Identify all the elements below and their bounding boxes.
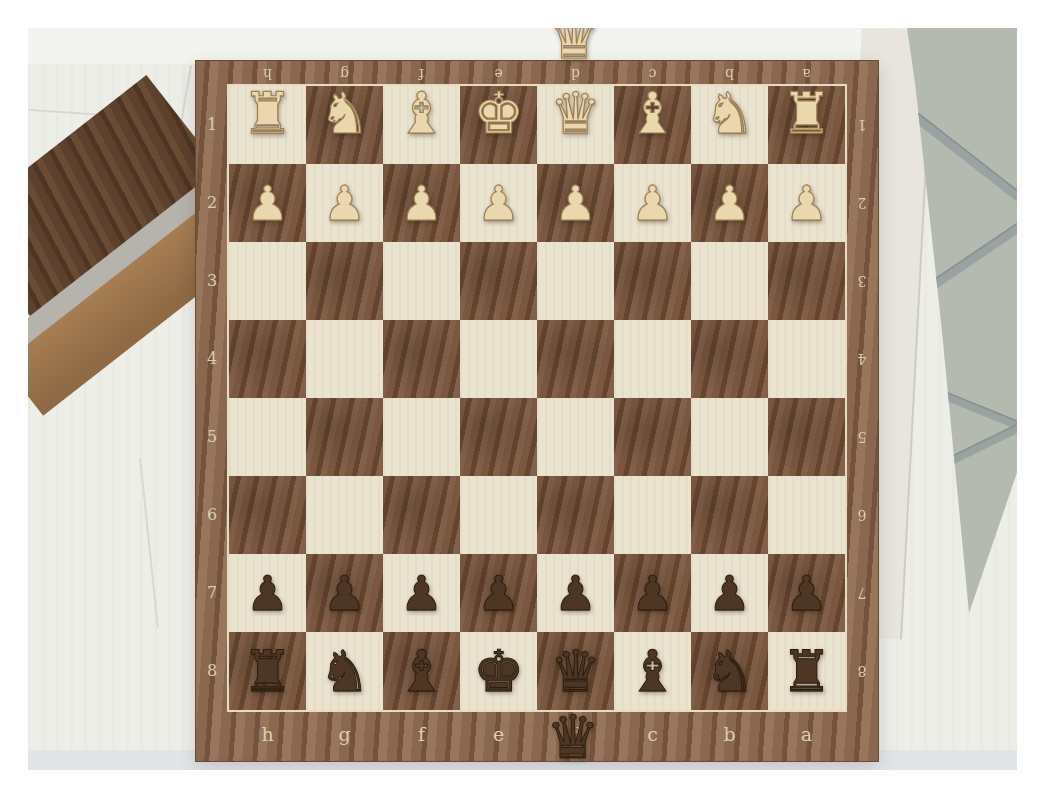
square-a8[interactable]: ♜ [768,632,845,710]
playing-area-border: ♜♞♝♚♛♝♞♜♟♟♟♟♟♟♟♟♟♟♟♟♟♟♟♟♜♞♝♚♛♝♞♜ [227,84,847,712]
square-f1[interactable]: ♝ [383,86,460,164]
square-g1[interactable]: ♞ [306,86,383,164]
square-b5[interactable] [691,398,768,476]
rank-label: 5 [195,398,229,476]
file-label: a [768,712,845,762]
white-rook-piece[interactable]: ♜ [229,74,306,152]
white-knight-piece[interactable]: ♞ [691,74,768,152]
square-a2[interactable]: ♟ [768,164,845,242]
square-e5[interactable] [460,398,537,476]
black-pawn-piece[interactable]: ♟ [306,554,383,632]
black-rook-piece[interactable]: ♜ [768,632,845,710]
square-c8[interactable]: ♝ [614,632,691,710]
black-pawn-piece[interactable]: ♟ [383,554,460,632]
offboard-white-queen[interactable]: ♛ [548,28,600,72]
white-pawn-piece[interactable]: ♟ [306,164,383,242]
file-label: b [691,712,768,762]
square-e7[interactable]: ♟ [460,554,537,632]
square-g6[interactable] [306,476,383,554]
black-pawn-piece[interactable]: ♟ [537,554,614,632]
square-h1[interactable]: ♜ [229,86,306,164]
white-pawn-piece[interactable]: ♟ [383,164,460,242]
square-e6[interactable] [460,476,537,554]
square-g4[interactable] [306,320,383,398]
square-b2[interactable]: ♟ [691,164,768,242]
black-pawn-piece[interactable]: ♟ [768,554,845,632]
rank-labels-right: 12345678 [845,86,879,710]
white-pawn-piece[interactable]: ♟ [460,164,537,242]
rank-label: 4 [845,320,879,398]
square-a6[interactable] [768,476,845,554]
board-grid[interactable]: ♜♞♝♚♛♝♞♜♟♟♟♟♟♟♟♟♟♟♟♟♟♟♟♟♜♞♝♚♛♝♞♜ [229,86,845,710]
square-f8[interactable]: ♝ [383,632,460,710]
black-bishop-piece[interactable]: ♝ [383,632,460,710]
square-d1[interactable]: ♛ [537,86,614,164]
white-pawn-piece[interactable]: ♟ [614,164,691,242]
rank-label: 6 [845,476,879,554]
rank-label: 8 [845,632,879,710]
file-labels-bottom: hgfedcba [229,712,845,762]
square-h7[interactable]: ♟ [229,554,306,632]
rank-label: 7 [195,554,229,632]
square-c6[interactable] [614,476,691,554]
square-d7[interactable]: ♟ [537,554,614,632]
square-b4[interactable] [691,320,768,398]
square-e1[interactable]: ♚ [460,86,537,164]
rank-label: 6 [195,476,229,554]
square-c7[interactable]: ♟ [614,554,691,632]
white-rook-piece[interactable]: ♜ [768,74,845,152]
square-f7[interactable]: ♟ [383,554,460,632]
square-a3[interactable] [768,242,845,320]
black-pawn-piece[interactable]: ♟ [614,554,691,632]
square-e3[interactable] [460,242,537,320]
square-f6[interactable] [383,476,460,554]
square-h6[interactable] [229,476,306,554]
rank-label: 4 [195,320,229,398]
white-king-piece[interactable]: ♚ [460,74,537,152]
black-pawn-piece[interactable]: ♟ [229,554,306,632]
square-b7[interactable]: ♟ [691,554,768,632]
white-bishop-piece[interactable]: ♝ [614,74,691,152]
square-h5[interactable] [229,398,306,476]
square-a5[interactable] [768,398,845,476]
black-pawn-piece[interactable]: ♟ [460,554,537,632]
white-pawn-piece[interactable]: ♟ [229,164,306,242]
square-g7[interactable]: ♟ [306,554,383,632]
rank-label: 2 [845,164,879,242]
rank-label: 8 [195,632,229,710]
square-c5[interactable] [614,398,691,476]
rank-label: 1 [845,86,879,164]
square-d5[interactable] [537,398,614,476]
square-e4[interactable] [460,320,537,398]
square-a4[interactable] [768,320,845,398]
square-b3[interactable] [691,242,768,320]
square-a7[interactable]: ♟ [768,554,845,632]
file-label: g [306,712,383,762]
square-h2[interactable]: ♟ [229,164,306,242]
file-label: f [383,712,460,762]
square-d8[interactable]: ♛ [537,632,614,710]
square-d6[interactable] [537,476,614,554]
rank-label: 3 [845,242,879,320]
rank-labels-left: 12345678 [195,86,229,710]
square-d3[interactable] [537,242,614,320]
white-pawn-piece[interactable]: ♟ [691,164,768,242]
offboard-black-queen[interactable]: ♛ [546,702,600,770]
square-f3[interactable] [383,242,460,320]
black-pawn-piece[interactable]: ♟ [691,554,768,632]
square-b6[interactable] [691,476,768,554]
rank-label: 2 [195,164,229,242]
square-c4[interactable] [614,320,691,398]
square-h3[interactable] [229,242,306,320]
square-f2[interactable]: ♟ [383,164,460,242]
square-a1[interactable]: ♜ [768,86,845,164]
square-g3[interactable] [306,242,383,320]
square-b1[interactable]: ♞ [691,86,768,164]
square-f4[interactable] [383,320,460,398]
file-label: e [460,712,537,762]
square-h8[interactable]: ♜ [229,632,306,710]
file-label: c [614,712,691,762]
square-e8[interactable]: ♚ [460,632,537,710]
black-knight-piece[interactable]: ♞ [306,632,383,710]
white-bishop-piece[interactable]: ♝ [383,74,460,152]
square-d4[interactable] [537,320,614,398]
square-g5[interactable] [306,398,383,476]
cardboard-seam [139,458,159,627]
square-b8[interactable]: ♞ [691,632,768,710]
square-c3[interactable] [614,242,691,320]
black-rook-piece[interactable]: ♜ [229,632,306,710]
white-pawn-piece[interactable]: ♟ [768,164,845,242]
black-bishop-piece[interactable]: ♝ [614,632,691,710]
square-d2[interactable]: ♟ [537,164,614,242]
square-g2[interactable]: ♟ [306,164,383,242]
rank-label: 1 [195,86,229,164]
square-e2[interactable]: ♟ [460,164,537,242]
black-king-piece[interactable]: ♚ [460,632,537,710]
square-g8[interactable]: ♞ [306,632,383,710]
white-pawn-piece[interactable]: ♟ [537,164,614,242]
square-h4[interactable] [229,320,306,398]
black-knight-piece[interactable]: ♞ [691,632,768,710]
rank-label: 5 [845,398,879,476]
black-queen-piece[interactable]: ♛ [537,632,614,710]
file-label: h [229,712,306,762]
square-c1[interactable]: ♝ [614,86,691,164]
square-f5[interactable] [383,398,460,476]
rank-label: 7 [845,554,879,632]
chess-board[interactable]: hgfedcba hgfedcba 12345678 12345678 ♜♞♝♚… [195,60,879,762]
rank-label: 3 [195,242,229,320]
white-knight-piece[interactable]: ♞ [306,74,383,152]
white-queen-piece[interactable]: ♛ [537,74,614,152]
square-c2[interactable]: ♟ [614,164,691,242]
photo-area: hgfedcba hgfedcba 12345678 12345678 ♜♞♝♚… [28,28,1017,770]
